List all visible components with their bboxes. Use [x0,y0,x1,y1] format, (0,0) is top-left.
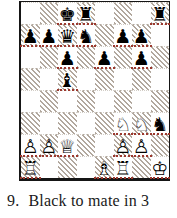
square-h7 [151,24,170,46]
piece-white-knight-f3: ♘ [114,113,133,134]
square-h6 [151,46,170,68]
piece-black-rook-d8: ♜ [77,3,96,24]
piece-black-queen-c7: ♛ [58,25,77,46]
square-e7 [95,24,114,46]
square-a6 [21,46,40,68]
square-b2: ♟♙ [40,134,59,156]
square-d1 [77,156,96,178]
square-h3: ♞ [151,112,170,134]
square-f1: ♜♖ [114,156,133,178]
puzzle-caption: 9.Black to mate in 3 [7,192,149,210]
piece-black-king-c8: ♚ [58,3,77,24]
piece-black-pawn-g7: ♟ [132,25,151,46]
square-f2: ♟♙ [114,134,133,156]
piece-black-pawn-c6: ♟ [58,47,77,68]
square-e1: ♝♗ [95,156,114,178]
square-e8 [95,2,114,24]
square-g4 [132,90,151,112]
square-c2: ♛♕ [58,134,77,156]
square-d7: ♞ [77,24,96,46]
piece-white-pawn-b2: ♙ [40,135,59,156]
square-f7: ♟ [114,24,133,46]
square-d4 [77,90,96,112]
square-e2 [95,134,114,156]
square-f3: ♞♘ [114,112,133,134]
square-h2 [151,134,170,156]
square-b5 [40,68,59,90]
square-c7: ♛ [58,24,77,46]
square-d2 [77,134,96,156]
square-d3 [77,112,96,134]
square-b3 [40,112,59,134]
piece-black-pawn-a7: ♟ [21,25,40,46]
piece-white-bishop-e1: ♗ [95,157,114,178]
square-d5 [77,68,96,90]
square-f6 [114,46,133,68]
square-e6: ♟ [95,46,114,68]
square-e5 [95,68,114,90]
square-h8: ♜ [151,2,170,24]
square-b1 [40,156,59,178]
square-a4 [21,90,40,112]
square-c8: ♚ [58,2,77,24]
square-f4 [114,90,133,112]
square-a5 [21,68,40,90]
square-g2: ♟♙ [132,134,151,156]
square-a8 [21,2,40,24]
square-h4 [151,90,170,112]
piece-black-pawn-g6: ♟ [132,47,151,68]
square-c4 [58,90,77,112]
piece-white-knight-g3: ♘ [132,113,151,134]
piece-white-rook-a1: ♖ [21,157,40,178]
chess-board: ♚♜♜♟♟♛♞♟♟♟♟♟♝♞♘♞♘♞♟♙♟♙♛♕♟♙♟♙♜♖♝♗♜♖♚♔ [21,2,169,178]
square-a7: ♟ [21,24,40,46]
square-c6: ♟ [58,46,77,68]
square-a3 [21,112,40,134]
square-g1 [132,156,151,178]
square-g7: ♟ [132,24,151,46]
square-g3: ♞♘ [132,112,151,134]
square-a2: ♟♙ [21,134,40,156]
square-e3 [95,112,114,134]
chess-board-frame: ♚♜♜♟♟♛♞♟♟♟♟♟♝♞♘♞♘♞♟♙♟♙♛♕♟♙♟♙♜♖♝♗♜♖♚♔ [19,1,170,181]
piece-white-king-h1: ♔ [151,157,170,178]
square-c5: ♝ [58,68,77,90]
piece-black-pawn-f7: ♟ [114,25,133,46]
piece-white-pawn-a2: ♙ [21,135,40,156]
piece-white-rook-f1: ♖ [114,157,133,178]
piece-black-rook-h8: ♜ [151,3,170,24]
square-c3 [58,112,77,134]
square-g8 [132,2,151,24]
square-c1 [58,156,77,178]
puzzle-instruction: Black to mate in 3 [28,192,149,209]
square-f8 [114,2,133,24]
square-f5 [114,68,133,90]
square-b8 [40,2,59,24]
piece-black-knight-h3: ♞ [151,113,170,134]
square-h1: ♚♔ [151,156,170,178]
square-e4 [95,90,114,112]
puzzle-number: 9. [7,192,19,209]
piece-black-knight-d7: ♞ [77,25,96,46]
square-b7: ♟ [40,24,59,46]
piece-white-pawn-g2: ♙ [132,135,151,156]
square-d6 [77,46,96,68]
square-b6 [40,46,59,68]
square-g6: ♟ [132,46,151,68]
piece-black-pawn-b7: ♟ [40,25,59,46]
square-g5 [132,68,151,90]
piece-white-queen-c2: ♕ [58,135,77,156]
piece-black-bishop-c5: ♝ [58,69,77,90]
square-d8: ♜ [77,2,96,24]
piece-white-pawn-f2: ♙ [114,135,133,156]
square-a1: ♜♖ [21,156,40,178]
square-h5 [151,68,170,90]
piece-black-pawn-e6: ♟ [95,47,114,68]
square-b4 [40,90,59,112]
